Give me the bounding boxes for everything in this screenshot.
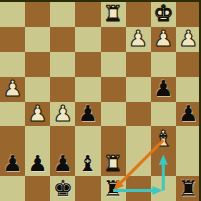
board-window: ♜♚♟♟♟♟♟♟♟♟♟♝♟♟♟♝♜♚♜♜ [0,0,201,201]
square-b4[interactable]: ♟ [25,102,50,127]
square-h2[interactable] [176,151,201,176]
black-rook-h1[interactable]: ♜ [179,178,199,200]
square-g8[interactable]: ♚ [151,2,176,27]
square-b5[interactable] [25,77,50,102]
square-h8[interactable] [176,2,201,27]
square-c6[interactable] [50,52,75,77]
square-f5[interactable] [126,77,151,102]
square-h1[interactable]: ♜ [176,176,201,201]
square-g4[interactable] [151,102,176,127]
white-rook-e2[interactable]: ♜ [103,153,123,175]
black-king-c1[interactable]: ♚ [53,178,73,200]
white-pawn-h7[interactable]: ♟ [179,28,199,50]
board-edge-right [199,0,201,201]
square-b6[interactable] [25,52,50,77]
square-h3[interactable] [176,126,201,151]
black-rook-e1[interactable]: ♜ [103,178,123,200]
black-bishop-d2[interactable]: ♝ [78,153,98,175]
white-pawn-a5[interactable]: ♟ [3,78,23,100]
white-pawn-f7[interactable]: ♟ [128,28,148,50]
black-pawn-a2[interactable]: ♟ [3,153,23,175]
black-pawn-b2[interactable]: ♟ [28,153,48,175]
square-g5[interactable]: ♟ [151,77,176,102]
square-d4[interactable]: ♟ [75,102,100,127]
square-f3[interactable] [126,126,151,151]
black-pawn-c2[interactable]: ♟ [53,153,73,175]
square-e3[interactable] [101,126,126,151]
square-f8[interactable] [126,2,151,27]
square-e1[interactable]: ♜ [101,176,126,201]
square-b1[interactable] [25,176,50,201]
square-a2[interactable]: ♟ [0,151,25,176]
square-d7[interactable] [75,27,100,52]
square-e2[interactable]: ♜ [101,151,126,176]
square-g3[interactable]: ♝ [151,126,176,151]
square-h5[interactable] [176,77,201,102]
square-a4[interactable] [0,102,25,127]
square-b3[interactable] [25,126,50,151]
square-e8[interactable]: ♜ [101,2,126,27]
square-e7[interactable] [101,27,126,52]
square-b2[interactable]: ♟ [25,151,50,176]
board-edge-top [0,0,201,2]
square-e5[interactable] [101,77,126,102]
square-d8[interactable] [75,2,100,27]
black-pawn-d4[interactable]: ♟ [78,103,98,125]
chess-board: ♜♚♟♟♟♟♟♟♟♟♟♝♟♟♟♝♜♚♜♜ [0,2,201,201]
square-d3[interactable] [75,126,100,151]
white-king-g8[interactable]: ♚ [153,3,173,25]
square-c5[interactable] [50,77,75,102]
square-c1[interactable]: ♚ [50,176,75,201]
square-g7[interactable]: ♟ [151,27,176,52]
square-g6[interactable] [151,52,176,77]
square-f4[interactable] [126,102,151,127]
square-e6[interactable] [101,52,126,77]
square-c4[interactable]: ♟ [50,102,75,127]
square-h7[interactable]: ♟ [176,27,201,52]
square-d2[interactable]: ♝ [75,151,100,176]
square-a7[interactable] [0,27,25,52]
square-a1[interactable] [0,176,25,201]
black-pawn-h4[interactable]: ♟ [179,103,199,125]
square-c2[interactable]: ♟ [50,151,75,176]
square-b8[interactable] [25,2,50,27]
square-c7[interactable] [50,27,75,52]
white-rook-e8[interactable]: ♜ [103,3,123,25]
black-pawn-g5[interactable]: ♟ [153,78,173,100]
square-g1[interactable] [151,176,176,201]
square-a3[interactable] [0,126,25,151]
square-a8[interactable] [0,2,25,27]
white-pawn-b4[interactable]: ♟ [28,103,48,125]
square-h6[interactable] [176,52,201,77]
square-c3[interactable] [50,126,75,151]
square-c8[interactable] [50,2,75,27]
square-h4[interactable]: ♟ [176,102,201,127]
white-pawn-c4[interactable]: ♟ [53,103,73,125]
square-g2[interactable] [151,151,176,176]
square-e4[interactable] [101,102,126,127]
square-f1[interactable] [126,176,151,201]
square-d5[interactable] [75,77,100,102]
square-b7[interactable] [25,27,50,52]
square-a6[interactable] [0,52,25,77]
white-pawn-g7[interactable]: ♟ [153,28,173,50]
square-a5[interactable]: ♟ [0,77,25,102]
square-f7[interactable]: ♟ [126,27,151,52]
square-f2[interactable] [126,151,151,176]
white-bishop-g3[interactable]: ♝ [153,128,173,150]
square-f6[interactable] [126,52,151,77]
square-d6[interactable] [75,52,100,77]
square-d1[interactable] [75,176,100,201]
